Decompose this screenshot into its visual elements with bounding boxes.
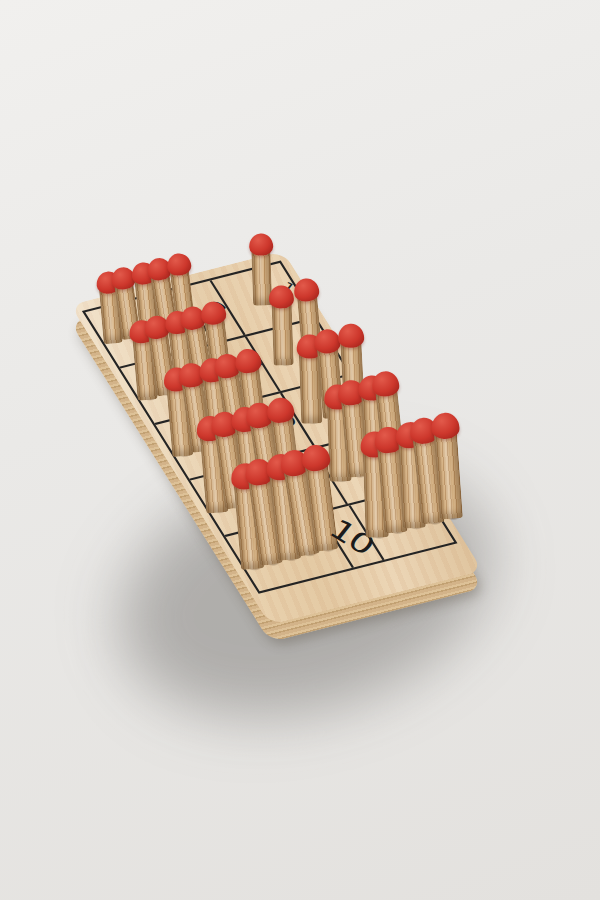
pegboard: 6 1 — [70, 251, 483, 625]
peg-red-cap — [337, 323, 364, 348]
peg-hole — [436, 501, 465, 522]
peg-red-cap — [248, 233, 273, 256]
peg-red-cap — [430, 412, 460, 440]
wooden-peg[interactable] — [271, 293, 293, 366]
photo-scene: 6 1 — [0, 0, 600, 900]
peg-hole — [271, 349, 297, 368]
peg-hole — [298, 407, 325, 427]
